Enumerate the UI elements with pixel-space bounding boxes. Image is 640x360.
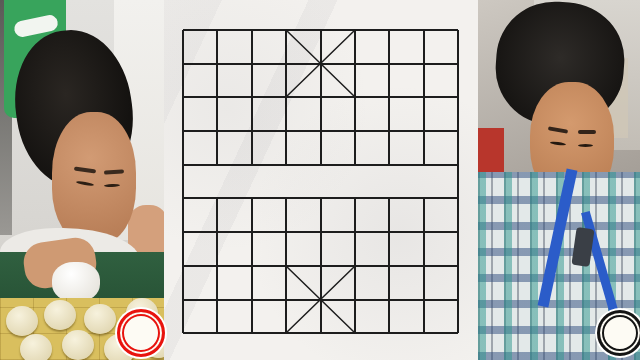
left-player-teacup xyxy=(52,262,100,302)
black-general-seal-icon xyxy=(597,310,640,356)
photo-chess-piece xyxy=(84,304,116,334)
red-general-seal-icon xyxy=(117,309,165,357)
right-player-eyebrow xyxy=(578,130,596,134)
right-player-eye xyxy=(578,144,593,147)
left-player-face xyxy=(52,112,136,244)
photo-chess-piece xyxy=(62,330,94,360)
photo-chess-piece xyxy=(6,306,38,336)
right-photo-red-box xyxy=(478,128,504,178)
photo-chess-piece xyxy=(20,334,52,360)
photo-chess-piece xyxy=(44,300,76,330)
screenshot-root xyxy=(0,0,640,360)
right-player-photo xyxy=(478,0,640,360)
left-player-photo xyxy=(0,0,164,360)
xiangqi-board[interactable] xyxy=(164,0,478,360)
board-grid xyxy=(164,0,478,360)
